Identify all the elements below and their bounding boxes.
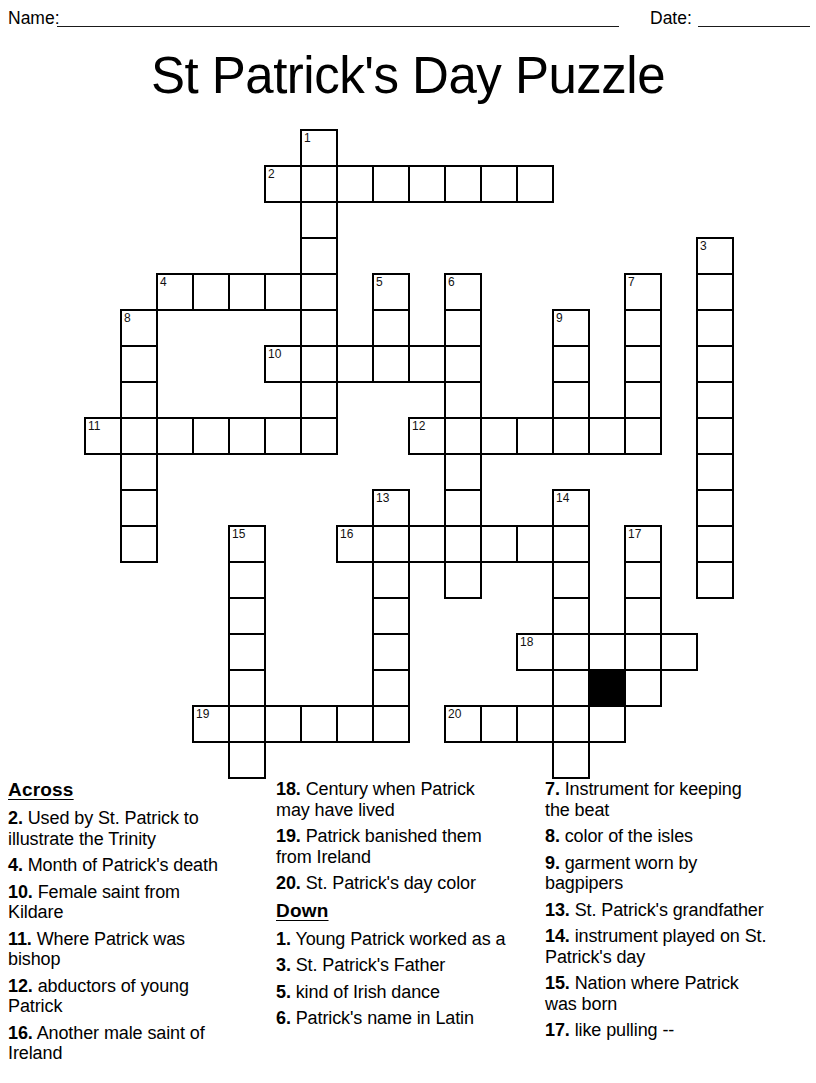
grid-cell[interactable] bbox=[624, 561, 662, 599]
clues-column-3: 7. Instrument for keeping the beat8. col… bbox=[545, 779, 771, 1047]
grid-cell[interactable] bbox=[228, 417, 266, 455]
across-clues-header: Across bbox=[8, 779, 232, 801]
grid-cell[interactable] bbox=[552, 525, 590, 563]
page-title: St Patrick's Day Puzzle bbox=[0, 46, 816, 105]
grid-cell[interactable]: 3 bbox=[696, 237, 734, 275]
clue-number: 10. bbox=[8, 882, 33, 902]
grid-cell[interactable] bbox=[516, 165, 554, 203]
grid-cell[interactable] bbox=[552, 561, 590, 599]
grid-cell[interactable] bbox=[444, 309, 482, 347]
cell-number-9: 9 bbox=[556, 311, 563, 325]
clue-number: 1. bbox=[276, 929, 291, 949]
grid-cell[interactable] bbox=[696, 309, 734, 347]
grid-cell[interactable] bbox=[228, 597, 266, 635]
grid-cell[interactable]: 9 bbox=[552, 309, 590, 347]
grid-cell[interactable] bbox=[300, 381, 338, 419]
grid-cell[interactable] bbox=[444, 345, 482, 383]
clue-across-2: 2. Used by St. Patrick to illustrate the… bbox=[8, 808, 232, 849]
grid-cell[interactable] bbox=[156, 417, 194, 455]
grid-cell[interactable] bbox=[624, 669, 662, 707]
black-cell bbox=[588, 669, 626, 707]
grid-cell[interactable] bbox=[696, 345, 734, 383]
grid-cell[interactable]: 11 bbox=[84, 417, 122, 455]
clue-number: 12. bbox=[8, 976, 33, 996]
clue-across-11: 11. Where Patrick was bishop bbox=[8, 929, 232, 970]
grid-cell[interactable] bbox=[552, 417, 590, 455]
clue-down-5: 5. kind of Irish dance bbox=[276, 982, 508, 1003]
grid-cell[interactable] bbox=[444, 417, 482, 455]
grid-cell[interactable] bbox=[624, 597, 662, 635]
grid-cell[interactable]: 7 bbox=[624, 273, 662, 311]
cell-number-18: 18 bbox=[520, 635, 533, 649]
clue-number: 8. bbox=[545, 826, 560, 846]
grid-cell[interactable] bbox=[444, 453, 482, 491]
grid-cell[interactable] bbox=[192, 273, 230, 311]
clues-column-2: 18. Century when Patrick may have lived1… bbox=[276, 779, 508, 1035]
clue-number: 18. bbox=[276, 779, 301, 799]
grid-cell[interactable] bbox=[192, 417, 230, 455]
grid-cell[interactable] bbox=[300, 273, 338, 311]
grid-cell[interactable] bbox=[624, 381, 662, 419]
grid-cell[interactable]: 16 bbox=[336, 525, 374, 563]
grid-cell[interactable] bbox=[120, 489, 158, 527]
grid-cell[interactable] bbox=[408, 525, 446, 563]
grid-cell[interactable]: 20 bbox=[444, 705, 482, 743]
name-date-row: Name: Date: bbox=[8, 6, 810, 30]
grid-cell[interactable] bbox=[120, 345, 158, 383]
grid-cell[interactable] bbox=[480, 705, 518, 743]
grid-cell[interactable] bbox=[480, 165, 518, 203]
grid-cell[interactable]: 2 bbox=[264, 165, 302, 203]
grid-cell[interactable] bbox=[696, 381, 734, 419]
grid-cell[interactable] bbox=[444, 165, 482, 203]
clue-number: 14. bbox=[545, 926, 570, 946]
clue-down-3: 3. St. Patrick's Father bbox=[276, 955, 508, 976]
cell-number-12: 12 bbox=[412, 419, 425, 433]
grid-cell[interactable] bbox=[480, 525, 518, 563]
clue-down-7: 7. Instrument for keeping the beat bbox=[545, 779, 771, 820]
grid-cell[interactable] bbox=[228, 561, 266, 599]
clue-number: 15. bbox=[545, 973, 570, 993]
clue-number: 20. bbox=[276, 873, 301, 893]
grid-cell[interactable] bbox=[552, 669, 590, 707]
grid-cell[interactable] bbox=[444, 525, 482, 563]
clue-across-16: 16. Another male saint of Ireland bbox=[8, 1023, 232, 1064]
grid-cell[interactable] bbox=[372, 705, 410, 743]
grid-cell[interactable]: 15 bbox=[228, 525, 266, 563]
grid-cell[interactable] bbox=[228, 633, 266, 671]
grid-cell[interactable] bbox=[372, 165, 410, 203]
grid-cell[interactable]: 4 bbox=[156, 273, 194, 311]
date-label: Date: bbox=[650, 8, 692, 29]
clue-number: 2. bbox=[8, 808, 23, 828]
clue-number: 6. bbox=[276, 1008, 291, 1028]
grid-cell[interactable] bbox=[624, 417, 662, 455]
cell-number-14: 14 bbox=[556, 491, 569, 505]
clue-number: 17. bbox=[545, 1020, 570, 1040]
grid-cell[interactable] bbox=[228, 669, 266, 707]
grid-cell[interactable] bbox=[372, 561, 410, 599]
grid-cell[interactable]: 8 bbox=[120, 309, 158, 347]
grid-cell[interactable] bbox=[372, 597, 410, 635]
grid-cell[interactable] bbox=[552, 597, 590, 635]
worksheet-page: Name: Date: St Patrick's Day Puzzle 1234… bbox=[0, 0, 816, 1083]
grid-cell[interactable] bbox=[624, 309, 662, 347]
grid-cell[interactable] bbox=[300, 345, 338, 383]
clue-number: 5. bbox=[276, 982, 291, 1002]
grid-cell[interactable] bbox=[372, 669, 410, 707]
grid-cell[interactable]: 10 bbox=[264, 345, 302, 383]
grid-cell[interactable] bbox=[624, 345, 662, 383]
grid-cell[interactable]: 19 bbox=[192, 705, 230, 743]
grid-cell[interactable] bbox=[300, 237, 338, 275]
clue-down-17: 17. like pulling -- bbox=[545, 1020, 771, 1041]
grid-cell[interactable]: 17 bbox=[624, 525, 662, 563]
grid-cell[interactable] bbox=[444, 561, 482, 599]
grid-cell[interactable] bbox=[624, 633, 662, 671]
grid-cell[interactable]: 5 bbox=[372, 273, 410, 311]
clue-across-4: 4. Month of Patrick's death bbox=[8, 855, 232, 876]
grid-cell[interactable] bbox=[516, 417, 554, 455]
grid-cell[interactable] bbox=[444, 489, 482, 527]
grid-cell[interactable] bbox=[516, 705, 554, 743]
grid-cell[interactable] bbox=[696, 453, 734, 491]
cell-number-19: 19 bbox=[196, 707, 209, 721]
grid-cell[interactable] bbox=[408, 165, 446, 203]
grid-cell[interactable] bbox=[588, 633, 626, 671]
grid-cell[interactable]: 1 bbox=[300, 129, 338, 167]
cell-number-8: 8 bbox=[124, 311, 131, 325]
grid-cell[interactable] bbox=[552, 345, 590, 383]
grid-cell[interactable] bbox=[264, 417, 302, 455]
grid-cell[interactable] bbox=[120, 381, 158, 419]
grid-cell[interactable] bbox=[588, 705, 626, 743]
clue-down-1: 1. Young Patrick worked as a bbox=[276, 929, 508, 950]
clue-across-20: 20. St. Patrick's day color bbox=[276, 873, 508, 894]
cell-number-16: 16 bbox=[340, 527, 353, 541]
clues-column-1: Across2. Used by St. Patrick to illustra… bbox=[8, 779, 232, 1070]
cell-number-17: 17 bbox=[628, 527, 641, 541]
name-field-line[interactable] bbox=[57, 6, 619, 27]
clue-number: 11. bbox=[8, 929, 32, 949]
cell-number-20: 20 bbox=[448, 707, 461, 721]
clue-number: 3. bbox=[276, 955, 291, 975]
grid-cell[interactable]: 6 bbox=[444, 273, 482, 311]
cell-number-1: 1 bbox=[304, 131, 311, 145]
cell-number-10: 10 bbox=[268, 347, 281, 361]
grid-cell[interactable] bbox=[372, 345, 410, 383]
cell-number-15: 15 bbox=[232, 527, 245, 541]
grid-cell[interactable] bbox=[300, 309, 338, 347]
down-clues-header: Down bbox=[276, 900, 508, 922]
cell-number-3: 3 bbox=[700, 239, 707, 253]
grid-cell[interactable] bbox=[336, 705, 374, 743]
grid-cell[interactable] bbox=[228, 705, 266, 743]
clue-number: 7. bbox=[545, 779, 560, 799]
grid-cell[interactable] bbox=[696, 525, 734, 563]
grid-cell[interactable] bbox=[228, 273, 266, 311]
clue-number: 4. bbox=[8, 855, 23, 875]
clue-down-13: 13. St. Patrick's grandfather bbox=[545, 900, 771, 921]
grid-cell[interactable] bbox=[516, 525, 554, 563]
clue-number: 13. bbox=[545, 900, 570, 920]
grid-cell[interactable] bbox=[228, 741, 266, 779]
grid-cell[interactable] bbox=[372, 633, 410, 671]
cell-number-5: 5 bbox=[376, 275, 383, 289]
grid-cell[interactable] bbox=[120, 417, 158, 455]
crossword-grid: 1234567891011121314151617181920 bbox=[84, 129, 734, 779]
clue-across-18: 18. Century when Patrick may have lived bbox=[276, 779, 508, 820]
grid-cell[interactable] bbox=[264, 705, 302, 743]
grid-cell[interactable]: 14 bbox=[552, 489, 590, 527]
cell-number-4: 4 bbox=[160, 275, 167, 289]
grid-cell[interactable] bbox=[480, 417, 518, 455]
clue-down-15: 15. Nation where Patrick was born bbox=[545, 973, 771, 1014]
clue-down-14: 14. instrument played on St. Patrick's d… bbox=[545, 926, 771, 967]
cell-number-11: 11 bbox=[88, 419, 100, 433]
clue-number: 9. bbox=[545, 853, 560, 873]
clue-across-12: 12. abductors of young Patrick bbox=[8, 976, 232, 1017]
grid-cell[interactable] bbox=[696, 561, 734, 599]
grid-cell[interactable] bbox=[588, 417, 626, 455]
clue-across-10: 10. Female saint from Kildare bbox=[8, 882, 232, 923]
grid-cell[interactable] bbox=[300, 201, 338, 239]
grid-cell[interactable] bbox=[552, 381, 590, 419]
grid-cell[interactable]: 13 bbox=[372, 489, 410, 527]
cell-number-2: 2 bbox=[268, 167, 275, 181]
clue-down-9: 9. garment worn by bagpipers bbox=[545, 853, 771, 894]
grid-cell[interactable] bbox=[264, 273, 302, 311]
grid-cell[interactable] bbox=[408, 345, 446, 383]
cell-number-7: 7 bbox=[628, 275, 635, 289]
clue-number: 16. bbox=[8, 1023, 33, 1043]
date-field-line[interactable] bbox=[698, 6, 810, 27]
grid-cell[interactable] bbox=[552, 705, 590, 743]
clue-across-19: 19. Patrick banished them from Ireland bbox=[276, 826, 508, 867]
grid-cell[interactable] bbox=[300, 165, 338, 203]
grid-cell[interactable] bbox=[696, 489, 734, 527]
grid-cell[interactable] bbox=[300, 705, 338, 743]
grid-cell[interactable] bbox=[336, 345, 374, 383]
clue-number: 19. bbox=[276, 826, 301, 846]
grid-cell[interactable] bbox=[660, 633, 698, 671]
grid-cell[interactable] bbox=[552, 633, 590, 671]
grid-cell[interactable] bbox=[552, 741, 590, 779]
cell-number-6: 6 bbox=[448, 275, 455, 289]
grid-cell[interactable] bbox=[336, 165, 374, 203]
name-label: Name: bbox=[8, 8, 60, 29]
grid-cell[interactable] bbox=[696, 417, 734, 455]
cell-number-13: 13 bbox=[376, 491, 389, 505]
grid-cell[interactable] bbox=[372, 309, 410, 347]
grid-cell[interactable]: 18 bbox=[516, 633, 554, 671]
clue-down-8: 8. color of the isles bbox=[545, 826, 771, 847]
grid-cell[interactable]: 12 bbox=[408, 417, 446, 455]
grid-cell[interactable] bbox=[444, 381, 482, 419]
grid-cell[interactable] bbox=[696, 273, 734, 311]
clue-down-6: 6. Patrick's name in Latin bbox=[276, 1008, 508, 1029]
grid-cell[interactable] bbox=[300, 417, 338, 455]
grid-cell[interactable] bbox=[120, 525, 158, 563]
grid-cell[interactable] bbox=[372, 525, 410, 563]
grid-cell[interactable] bbox=[120, 453, 158, 491]
